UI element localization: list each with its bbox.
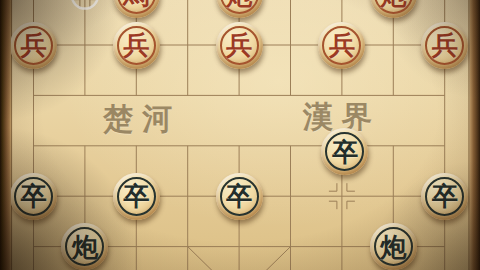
red-soldier-piece[interactable]: 兵	[421, 22, 468, 69]
piece-glyph-cannon: 炮	[216, 0, 263, 18]
piece-glyph-cannon: 炮	[61, 223, 108, 270]
board-frame-left	[0, 0, 11, 270]
piece-glyph-soldier: 卒	[421, 173, 468, 220]
red-soldier-piece[interactable]: 兵	[10, 22, 57, 69]
piece-glyph-soldier: 卒	[113, 173, 160, 220]
piece-glyph-horse: 馬	[113, 0, 160, 18]
black-cannon-piece[interactable]: 炮	[370, 223, 417, 270]
piece-glyph-soldier: 卒	[10, 173, 57, 220]
piece-glyph-cannon: 炮	[370, 223, 417, 270]
piece-glyph-soldier: 兵	[318, 22, 365, 69]
red-soldier-piece[interactable]: 兵	[216, 22, 263, 69]
piece-glyph-soldier: 兵	[421, 22, 468, 69]
red-soldier-piece[interactable]: 兵	[318, 22, 365, 69]
black-soldier-piece[interactable]: 卒	[10, 173, 57, 220]
black-soldier-piece[interactable]: 卒	[421, 173, 468, 220]
red-horse-piece[interactable]: 馬	[113, 0, 160, 18]
piece-glyph-soldier: 兵	[10, 22, 57, 69]
piece-glyph-soldier: 兵	[216, 22, 263, 69]
piece-glyph-cannon: 炮	[370, 0, 417, 18]
red-cannon-piece[interactable]: 炮	[216, 0, 263, 18]
black-soldier-piece[interactable]: 卒	[321, 128, 368, 175]
piece-glyph-soldier: 卒	[321, 128, 368, 175]
xiangqi-board: 楚河 漢界 馬炮炮兵兵兵兵兵卒卒卒卒卒炮炮	[0, 0, 480, 270]
piece-glyph-soldier: 卒	[216, 173, 263, 220]
board-frame-right	[470, 0, 480, 270]
river-label-chu-he: 楚河	[99, 99, 181, 140]
black-cannon-piece[interactable]: 炮	[61, 223, 108, 270]
black-soldier-piece[interactable]: 卒	[113, 173, 160, 220]
red-cannon-piece[interactable]: 炮	[370, 0, 417, 18]
red-soldier-piece[interactable]: 兵	[113, 22, 160, 69]
piece-glyph-soldier: 兵	[113, 22, 160, 69]
black-soldier-piece[interactable]: 卒	[216, 173, 263, 220]
